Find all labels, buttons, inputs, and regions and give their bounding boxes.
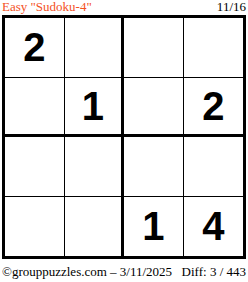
cell-r1c1[interactable]: 2 (5, 18, 65, 78)
puzzle-title: Easy "Sudoku-4" (2, 0, 92, 14)
cell-r1c4[interactable] (184, 18, 244, 78)
cell-r3c1[interactable] (5, 137, 65, 197)
cell-r3c2[interactable] (65, 137, 125, 197)
copyright-text: ©grouppuzzles.com – 3/11/2025 (2, 265, 172, 279)
cell-r4c1[interactable] (5, 197, 65, 257)
header: Easy "Sudoku-4" 11/16 (2, 0, 246, 15)
cell-r3c3[interactable] (124, 137, 184, 197)
puzzle-counter: 11/16 (217, 0, 246, 14)
sudoku-board: 21214 (2, 15, 246, 259)
cell-r2c2[interactable]: 1 (65, 78, 125, 138)
cell-r4c3[interactable]: 1 (124, 197, 184, 257)
footer: ©grouppuzzles.com – 3/11/2025 Diff: 3 / … (2, 265, 246, 279)
cell-r1c3[interactable] (124, 18, 184, 78)
difficulty-text: Diff: 3 / 443 (182, 265, 246, 279)
cell-r1c2[interactable] (65, 18, 125, 78)
cell-r2c3[interactable] (124, 78, 184, 138)
cell-r2c1[interactable] (5, 78, 65, 138)
cell-r4c2[interactable] (65, 197, 125, 257)
puzzle-page: Easy "Sudoku-4" 11/16 21214 ©grouppuzzle… (0, 0, 248, 282)
cell-r4c4[interactable]: 4 (184, 197, 244, 257)
cell-r3c4[interactable] (184, 137, 244, 197)
cell-r2c4[interactable]: 2 (184, 78, 244, 138)
